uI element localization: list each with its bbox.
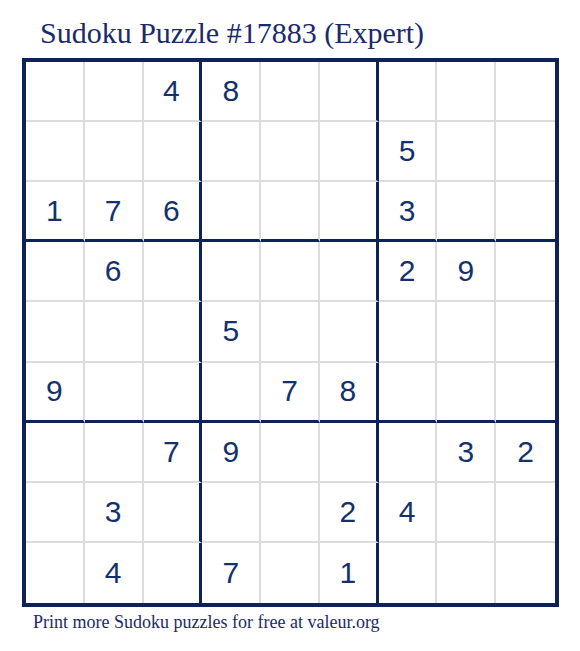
cell-r3c9 — [496, 182, 555, 242]
cell-r8c2: 3 — [85, 483, 144, 543]
cell-r5c3 — [144, 302, 203, 362]
cell-r1c4: 8 — [202, 62, 261, 122]
cell-r8c7: 4 — [379, 483, 438, 543]
cell-r5c9 — [496, 302, 555, 362]
cell-r7c1 — [26, 423, 85, 483]
cell-r2c5 — [261, 122, 320, 182]
cell-r2c8 — [437, 122, 496, 182]
cell-r8c5 — [261, 483, 320, 543]
cell-r1c8 — [437, 62, 496, 122]
cell-r6c1: 9 — [26, 363, 85, 423]
cell-r9c1 — [26, 543, 85, 603]
cell-r1c9 — [496, 62, 555, 122]
cell-r4c9 — [496, 242, 555, 302]
cell-r3c4 — [202, 182, 261, 242]
cell-r4c4 — [202, 242, 261, 302]
cell-r9c4: 7 — [202, 543, 261, 603]
cell-r6c6: 8 — [320, 363, 379, 423]
sudoku-board: 485176362959787932324471 — [22, 58, 559, 607]
cell-r1c5 — [261, 62, 320, 122]
cell-r3c5 — [261, 182, 320, 242]
cell-r5c8 — [437, 302, 496, 362]
cell-r2c4 — [202, 122, 261, 182]
cell-r3c3: 6 — [144, 182, 203, 242]
cell-r9c6: 1 — [320, 543, 379, 603]
cell-r8c6: 2 — [320, 483, 379, 543]
cell-r3c6 — [320, 182, 379, 242]
cell-r8c9 — [496, 483, 555, 543]
cell-r9c7 — [379, 543, 438, 603]
cell-r8c3 — [144, 483, 203, 543]
cell-r6c3 — [144, 363, 203, 423]
cell-r7c7 — [379, 423, 438, 483]
cell-r9c3 — [144, 543, 203, 603]
cell-r8c1 — [26, 483, 85, 543]
cell-r2c6 — [320, 122, 379, 182]
cell-r5c1 — [26, 302, 85, 362]
cell-r1c3: 4 — [144, 62, 203, 122]
cell-r6c7 — [379, 363, 438, 423]
cell-r9c2: 4 — [85, 543, 144, 603]
cell-r4c2: 6 — [85, 242, 144, 302]
cell-r8c8 — [437, 483, 496, 543]
cell-r5c4: 5 — [202, 302, 261, 362]
cell-r2c2 — [85, 122, 144, 182]
cell-r2c9 — [496, 122, 555, 182]
cell-r8c4 — [202, 483, 261, 543]
cell-r7c8: 3 — [437, 423, 496, 483]
cell-r7c5 — [261, 423, 320, 483]
cell-r3c7: 3 — [379, 182, 438, 242]
cell-r5c7 — [379, 302, 438, 362]
cell-r7c2 — [85, 423, 144, 483]
cell-r5c6 — [320, 302, 379, 362]
cell-r4c7: 2 — [379, 242, 438, 302]
cell-r1c2 — [85, 62, 144, 122]
sudoku-page: Sudoku Puzzle #17883 (Expert) 4851763629… — [0, 0, 580, 651]
page-title: Sudoku Puzzle #17883 (Expert) — [40, 16, 424, 50]
cell-r3c8 — [437, 182, 496, 242]
cell-r6c8 — [437, 363, 496, 423]
cell-r4c6 — [320, 242, 379, 302]
cell-r6c5: 7 — [261, 363, 320, 423]
cell-r1c1 — [26, 62, 85, 122]
cell-r1c6 — [320, 62, 379, 122]
cell-r6c2 — [85, 363, 144, 423]
footer-text: Print more Sudoku puzzles for free at va… — [33, 612, 380, 633]
cell-r4c3 — [144, 242, 203, 302]
cell-r7c9: 2 — [496, 423, 555, 483]
cell-r3c2: 7 — [85, 182, 144, 242]
cell-r3c1: 1 — [26, 182, 85, 242]
cell-r5c5 — [261, 302, 320, 362]
cell-r4c5 — [261, 242, 320, 302]
cell-r7c3: 7 — [144, 423, 203, 483]
cell-r7c4: 9 — [202, 423, 261, 483]
cell-r9c5 — [261, 543, 320, 603]
cell-r2c3 — [144, 122, 203, 182]
cell-r1c7 — [379, 62, 438, 122]
cell-r9c9 — [496, 543, 555, 603]
cell-r6c4 — [202, 363, 261, 423]
cell-r7c6 — [320, 423, 379, 483]
cell-r2c1 — [26, 122, 85, 182]
cell-r4c8: 9 — [437, 242, 496, 302]
cell-r5c2 — [85, 302, 144, 362]
cell-r2c7: 5 — [379, 122, 438, 182]
cell-r9c8 — [437, 543, 496, 603]
cell-r4c1 — [26, 242, 85, 302]
cell-r6c9 — [496, 363, 555, 423]
